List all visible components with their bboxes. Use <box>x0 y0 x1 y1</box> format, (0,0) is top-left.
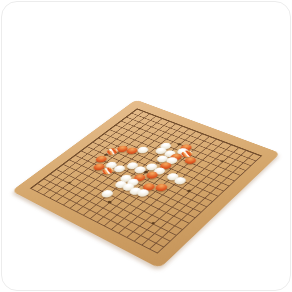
grid-line-horizontal <box>30 188 157 253</box>
board-grid <box>12 100 281 269</box>
star-point <box>187 190 192 193</box>
star-point <box>107 201 112 204</box>
star-point <box>220 160 224 163</box>
star-point <box>151 222 156 225</box>
grid-line-vertical <box>157 156 261 253</box>
go-board <box>12 100 281 269</box>
product-photo-scene <box>0 0 292 292</box>
star-point <box>67 182 71 185</box>
grid-line-horizontal <box>37 183 164 247</box>
grid-line-horizontal <box>50 174 177 236</box>
